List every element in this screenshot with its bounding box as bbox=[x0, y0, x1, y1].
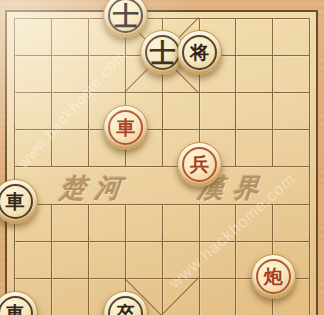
piece-glyph: 車 bbox=[6, 192, 25, 211]
piece-black-soldier[interactable]: 卒 bbox=[103, 291, 148, 315]
piece-glyph: 兵 bbox=[190, 155, 209, 174]
piece-red-cannon[interactable]: 炮 bbox=[251, 254, 296, 299]
pieces-layer: 士士将車兵車炮車卒 bbox=[0, 0, 324, 315]
piece-glyph: 車 bbox=[116, 118, 135, 137]
piece-red-chariot[interactable]: 車 bbox=[103, 105, 148, 150]
piece-glyph: 卒 bbox=[116, 304, 135, 315]
piece-red-soldier[interactable]: 兵 bbox=[177, 142, 222, 187]
xiangqi-game-screen: 楚河 漢界 士士将車兵車炮車卒 www.hackhome.com www.hac… bbox=[0, 0, 324, 315]
piece-glyph: 炮 bbox=[264, 267, 283, 286]
piece-glyph: 将 bbox=[190, 43, 209, 62]
piece-black-chariot[interactable]: 車 bbox=[0, 291, 38, 315]
piece-black-general[interactable]: 将 bbox=[177, 30, 222, 75]
piece-glyph: 士 bbox=[113, 3, 139, 29]
piece-glyph: 車 bbox=[6, 304, 25, 315]
piece-black-chariot[interactable]: 車 bbox=[0, 179, 38, 224]
piece-glyph: 士 bbox=[150, 40, 176, 66]
piece-black-advisor[interactable]: 士 bbox=[103, 0, 148, 38]
